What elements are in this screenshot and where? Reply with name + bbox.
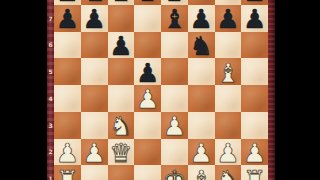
black-bishop-e7: ♝ (163, 6, 186, 32)
square-e4 (161, 85, 188, 112)
square-h5 (241, 58, 268, 85)
white-pawn-f2: ♟ (189, 139, 212, 165)
white-pawn-b2: ♟ (82, 139, 105, 165)
square-g6 (215, 32, 242, 59)
square-c6: ♟ (108, 32, 135, 59)
square-g2: ♟ (215, 139, 242, 166)
square-a6 (54, 32, 81, 59)
board-border-right (268, 0, 275, 180)
square-d5: ♟ (134, 58, 161, 85)
square-f6: ♞ (188, 32, 215, 59)
square-g4 (215, 85, 242, 112)
square-e6 (161, 32, 188, 59)
square-c8: ♝ (108, 0, 135, 5)
square-f5 (188, 58, 215, 85)
rank-label-6: 6 (47, 32, 54, 59)
chess-board: 87654321 ♜♞♝♛♚♜♟♟♝♟♟♟♟♞♟♝♟♞♟♟♟♛♟♟♟♜♚♝♞♜ (47, 0, 275, 180)
white-pawn-h2: ♟ (243, 139, 266, 165)
square-a3 (54, 112, 81, 139)
square-d2 (134, 139, 161, 166)
square-d7 (134, 5, 161, 32)
black-bishop-c8: ♝ (109, 0, 132, 5)
black-pawn-g7: ♟ (216, 6, 239, 32)
square-g3 (215, 112, 242, 139)
white-pawn-d4: ♟ (136, 86, 159, 112)
rank-label-2: 2 (47, 139, 54, 166)
black-knight-f6: ♞ (189, 32, 212, 58)
square-f3 (188, 112, 215, 139)
white-queen-c2: ♛ (109, 139, 132, 165)
black-pawn-b7: ♟ (82, 6, 105, 32)
square-f7: ♟ (188, 5, 215, 32)
square-e1: ♚ (161, 165, 188, 180)
square-c4 (108, 85, 135, 112)
black-pawn-f7: ♟ (189, 6, 212, 32)
square-c7 (108, 5, 135, 32)
square-f4 (188, 85, 215, 112)
rank-label-3: 3 (47, 112, 54, 139)
rank-label-7: 7 (47, 5, 54, 32)
square-c3: ♞ (108, 112, 135, 139)
white-bishop-g5: ♝ (216, 59, 239, 85)
square-b1 (81, 165, 108, 180)
square-h3 (241, 112, 268, 139)
square-b6 (81, 32, 108, 59)
square-d8: ♛ (134, 0, 161, 5)
square-d3 (134, 112, 161, 139)
white-pawn-g2: ♟ (216, 139, 239, 165)
square-h7: ♟ (241, 5, 268, 32)
rank-label-5: 5 (47, 58, 54, 85)
square-a2: ♟ (54, 139, 81, 166)
square-c1 (108, 165, 135, 180)
black-pawn-h7: ♟ (243, 6, 266, 32)
square-e7: ♝ (161, 5, 188, 32)
white-knight-g1: ♞ (216, 166, 239, 180)
black-queen-d8: ♛ (136, 0, 159, 5)
square-h1: ♜ (241, 165, 268, 180)
square-a1: ♜ (54, 165, 81, 180)
board-border-left: 87654321 (47, 0, 54, 180)
square-b7: ♟ (81, 5, 108, 32)
square-a4 (54, 85, 81, 112)
rank-label-1: 1 (47, 165, 54, 180)
square-h6 (241, 32, 268, 59)
square-f2: ♟ (188, 139, 215, 166)
square-c2: ♛ (108, 139, 135, 166)
rank-label-4: 4 (47, 85, 54, 112)
square-e3: ♟ (161, 112, 188, 139)
square-b5 (81, 58, 108, 85)
letterboxed-video-frame: 87654321 ♜♞♝♛♚♜♟♟♝♟♟♟♟♞♟♝♟♞♟♟♟♛♟♟♟♜♚♝♞♜ (0, 0, 320, 180)
black-pawn-c6: ♟ (109, 32, 132, 58)
square-b4 (81, 85, 108, 112)
square-a5 (54, 58, 81, 85)
square-g5: ♝ (215, 58, 242, 85)
square-d4: ♟ (134, 85, 161, 112)
black-pawn-a7: ♟ (56, 6, 79, 32)
square-b3 (81, 112, 108, 139)
board-grid: ♜♞♝♛♚♜♟♟♝♟♟♟♟♞♟♝♟♞♟♟♟♛♟♟♟♜♚♝♞♜ (54, 0, 268, 180)
square-e2 (161, 139, 188, 166)
white-rook-h1: ♜ (243, 166, 266, 180)
square-b2: ♟ (81, 139, 108, 166)
square-d6 (134, 32, 161, 59)
white-bishop-f1: ♝ (189, 166, 212, 180)
square-h4 (241, 85, 268, 112)
white-pawn-e3: ♟ (163, 113, 186, 139)
square-g7: ♟ (215, 5, 242, 32)
square-d1 (134, 165, 161, 180)
white-knight-c3: ♞ (109, 113, 132, 139)
square-f1: ♝ (188, 165, 215, 180)
square-g1: ♞ (215, 165, 242, 180)
white-pawn-a2: ♟ (56, 139, 79, 165)
square-e5 (161, 58, 188, 85)
square-h2: ♟ (241, 139, 268, 166)
black-pawn-d5: ♟ (136, 59, 159, 85)
square-a7: ♟ (54, 5, 81, 32)
white-king-e1: ♚ (163, 166, 186, 180)
white-rook-a1: ♜ (56, 166, 79, 180)
square-c5 (108, 58, 135, 85)
